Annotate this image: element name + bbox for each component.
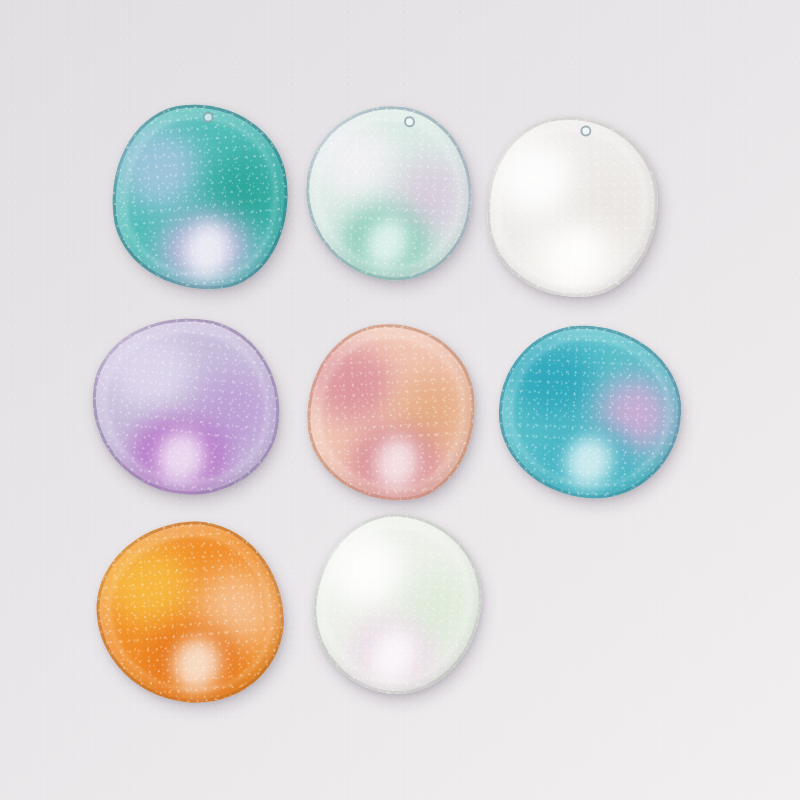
petal-orange [89,514,290,711]
petal-teal-glitter [103,95,297,298]
glitter-overlay [89,514,290,711]
petal-white-pearl [484,114,661,300]
petal-clear-mint [305,506,490,702]
petal-mint-marble [300,100,478,285]
petal-lavender [82,307,290,505]
drill-hole [580,125,591,136]
glitter-overlay [495,321,686,502]
glitter-overlay [301,318,481,506]
glitter-overlay [300,100,478,285]
glitter-overlay [484,114,661,300]
glitter-overlay [305,506,490,702]
petal-aqua-iridescent [495,321,686,502]
glitter-overlay [82,307,290,505]
petal-peach-pink [301,318,481,506]
glitter-overlay [103,95,297,298]
photo-scene [0,0,800,800]
